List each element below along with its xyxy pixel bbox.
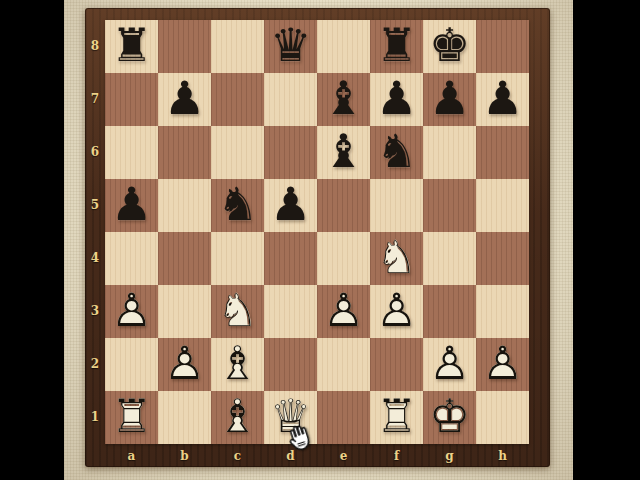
square-h4[interactable] <box>476 232 529 285</box>
square-e2[interactable] <box>317 338 370 391</box>
square-c1[interactable]: ♝♗ <box>211 391 264 444</box>
square-b1[interactable] <box>158 391 211 444</box>
square-e1[interactable] <box>317 391 370 444</box>
square-e5[interactable] <box>317 179 370 232</box>
square-d7[interactable] <box>264 73 317 126</box>
square-b8[interactable] <box>158 20 211 73</box>
square-h8[interactable] <box>476 20 529 73</box>
square-g5[interactable] <box>423 179 476 232</box>
file-labels: abcdefgh <box>105 445 529 467</box>
square-h6[interactable] <box>476 126 529 179</box>
piece-black-knight-f6[interactable]: ♞ <box>370 126 423 179</box>
piece-black-bishop-e7[interactable]: ♝ <box>317 73 370 126</box>
rank-label-7: 7 <box>85 73 105 126</box>
square-c2[interactable]: ♝♗ <box>211 338 264 391</box>
square-c6[interactable] <box>211 126 264 179</box>
square-d6[interactable] <box>264 126 317 179</box>
rank-label-1: 1 <box>85 391 105 444</box>
square-b4[interactable] <box>158 232 211 285</box>
square-e7[interactable]: ♝ <box>317 73 370 126</box>
piece-white-rook-f1[interactable]: ♜♖ <box>370 391 423 444</box>
square-a6[interactable] <box>105 126 158 179</box>
square-h2[interactable]: ♟♙ <box>476 338 529 391</box>
piece-black-king-g8[interactable]: ♚ <box>423 20 476 73</box>
rank-label-4: 4 <box>85 232 105 285</box>
square-h1[interactable] <box>476 391 529 444</box>
square-e6[interactable]: ♝ <box>317 126 370 179</box>
piece-black-pawn-f7[interactable]: ♟ <box>370 73 423 126</box>
square-f4[interactable]: ♞♘ <box>370 232 423 285</box>
square-f1[interactable]: ♜♖ <box>370 391 423 444</box>
square-a7[interactable] <box>105 73 158 126</box>
square-b5[interactable] <box>158 179 211 232</box>
piece-white-pawn-g2[interactable]: ♟♙ <box>423 338 476 391</box>
square-h5[interactable] <box>476 179 529 232</box>
square-g7[interactable]: ♟ <box>423 73 476 126</box>
square-e8[interactable] <box>317 20 370 73</box>
square-d2[interactable] <box>264 338 317 391</box>
square-c4[interactable] <box>211 232 264 285</box>
rank-labels: 87654321 <box>85 20 105 444</box>
square-h3[interactable] <box>476 285 529 338</box>
square-a4[interactable] <box>105 232 158 285</box>
square-f8[interactable]: ♜ <box>370 20 423 73</box>
rank-label-3: 3 <box>85 285 105 338</box>
square-h7[interactable]: ♟ <box>476 73 529 126</box>
file-label-a: a <box>105 445 158 467</box>
square-b6[interactable] <box>158 126 211 179</box>
square-c8[interactable] <box>211 20 264 73</box>
piece-white-pawn-e3[interactable]: ♟♙ <box>317 285 370 338</box>
square-b2[interactable]: ♟♙ <box>158 338 211 391</box>
piece-white-pawn-f3[interactable]: ♟♙ <box>370 285 423 338</box>
piece-black-pawn-a5[interactable]: ♟ <box>105 179 158 232</box>
piece-white-king-g1[interactable]: ♚♔ <box>423 391 476 444</box>
piece-black-queen-d8[interactable]: ♛ <box>264 20 317 73</box>
square-a5[interactable]: ♟ <box>105 179 158 232</box>
chess-board: ♜♛♜♚♟♝♟♟♟♝♞♟♞♟♞♘♟♙♞♘♟♙♟♙♟♙♝♗♟♙♟♙♜♖♝♗♛♕♜♖… <box>105 20 529 444</box>
square-g1[interactable]: ♚♔ <box>423 391 476 444</box>
piece-black-knight-c5[interactable]: ♞ <box>211 179 264 232</box>
square-e3[interactable]: ♟♙ <box>317 285 370 338</box>
square-f7[interactable]: ♟ <box>370 73 423 126</box>
piece-black-pawn-g7[interactable]: ♟ <box>423 73 476 126</box>
square-a8[interactable]: ♜ <box>105 20 158 73</box>
rank-label-2: 2 <box>85 338 105 391</box>
square-f5[interactable] <box>370 179 423 232</box>
square-f3[interactable]: ♟♙ <box>370 285 423 338</box>
piece-white-bishop-c2[interactable]: ♝♗ <box>211 338 264 391</box>
piece-black-pawn-d5[interactable]: ♟ <box>264 179 317 232</box>
piece-white-queen-d1[interactable]: ♛♕ <box>264 391 317 444</box>
piece-white-rook-a1[interactable]: ♜♖ <box>105 391 158 444</box>
piece-black-rook-f8[interactable]: ♜ <box>370 20 423 73</box>
square-c7[interactable] <box>211 73 264 126</box>
file-label-f: f <box>370 445 423 467</box>
square-f6[interactable]: ♞ <box>370 126 423 179</box>
file-label-c: c <box>211 445 264 467</box>
square-d4[interactable] <box>264 232 317 285</box>
file-label-e: e <box>317 445 370 467</box>
square-d5[interactable]: ♟ <box>264 179 317 232</box>
piece-black-bishop-e6[interactable]: ♝ <box>317 126 370 179</box>
file-label-d: d <box>264 445 317 467</box>
square-c3[interactable]: ♞♘ <box>211 285 264 338</box>
square-g6[interactable] <box>423 126 476 179</box>
square-e4[interactable] <box>317 232 370 285</box>
square-g4[interactable] <box>423 232 476 285</box>
piece-white-knight-f4[interactable]: ♞♘ <box>370 232 423 285</box>
piece-white-knight-c3[interactable]: ♞♘ <box>211 285 264 338</box>
square-g8[interactable]: ♚ <box>423 20 476 73</box>
square-b3[interactable] <box>158 285 211 338</box>
square-c5[interactable]: ♞ <box>211 179 264 232</box>
file-label-g: g <box>423 445 476 467</box>
file-label-b: b <box>158 445 211 467</box>
square-a3[interactable]: ♟♙ <box>105 285 158 338</box>
piece-white-pawn-a3[interactable]: ♟♙ <box>105 285 158 338</box>
piece-white-pawn-h2[interactable]: ♟♙ <box>476 338 529 391</box>
square-g3[interactable] <box>423 285 476 338</box>
piece-white-bishop-c1[interactable]: ♝♗ <box>211 391 264 444</box>
photo-background: 87654321 ♜♛♜♚♟♝♟♟♟♝♞♟♞♟♞♘♟♙♞♘♟♙♟♙♟♙♝♗♟♙♟… <box>64 0 573 480</box>
piece-black-rook-a8[interactable]: ♜ <box>105 20 158 73</box>
rank-label-8: 8 <box>85 20 105 73</box>
square-d3[interactable] <box>264 285 317 338</box>
chess-board-frame: 87654321 ♜♛♜♚♟♝♟♟♟♝♞♟♞♟♞♘♟♙♞♘♟♙♟♙♟♙♝♗♟♙♟… <box>85 8 550 467</box>
rank-label-5: 5 <box>85 179 105 232</box>
rank-label-6: 6 <box>85 126 105 179</box>
piece-black-pawn-b7[interactable]: ♟ <box>158 73 211 126</box>
square-d1[interactable]: ♛♕ <box>264 391 317 444</box>
square-a1[interactable]: ♜♖ <box>105 391 158 444</box>
file-label-h: h <box>476 445 529 467</box>
square-b7[interactable]: ♟ <box>158 73 211 126</box>
piece-white-pawn-b2[interactable]: ♟♙ <box>158 338 211 391</box>
square-g2[interactable]: ♟♙ <box>423 338 476 391</box>
square-a2[interactable] <box>105 338 158 391</box>
square-f2[interactable] <box>370 338 423 391</box>
piece-black-pawn-h7[interactable]: ♟ <box>476 73 529 126</box>
square-d8[interactable]: ♛ <box>264 20 317 73</box>
